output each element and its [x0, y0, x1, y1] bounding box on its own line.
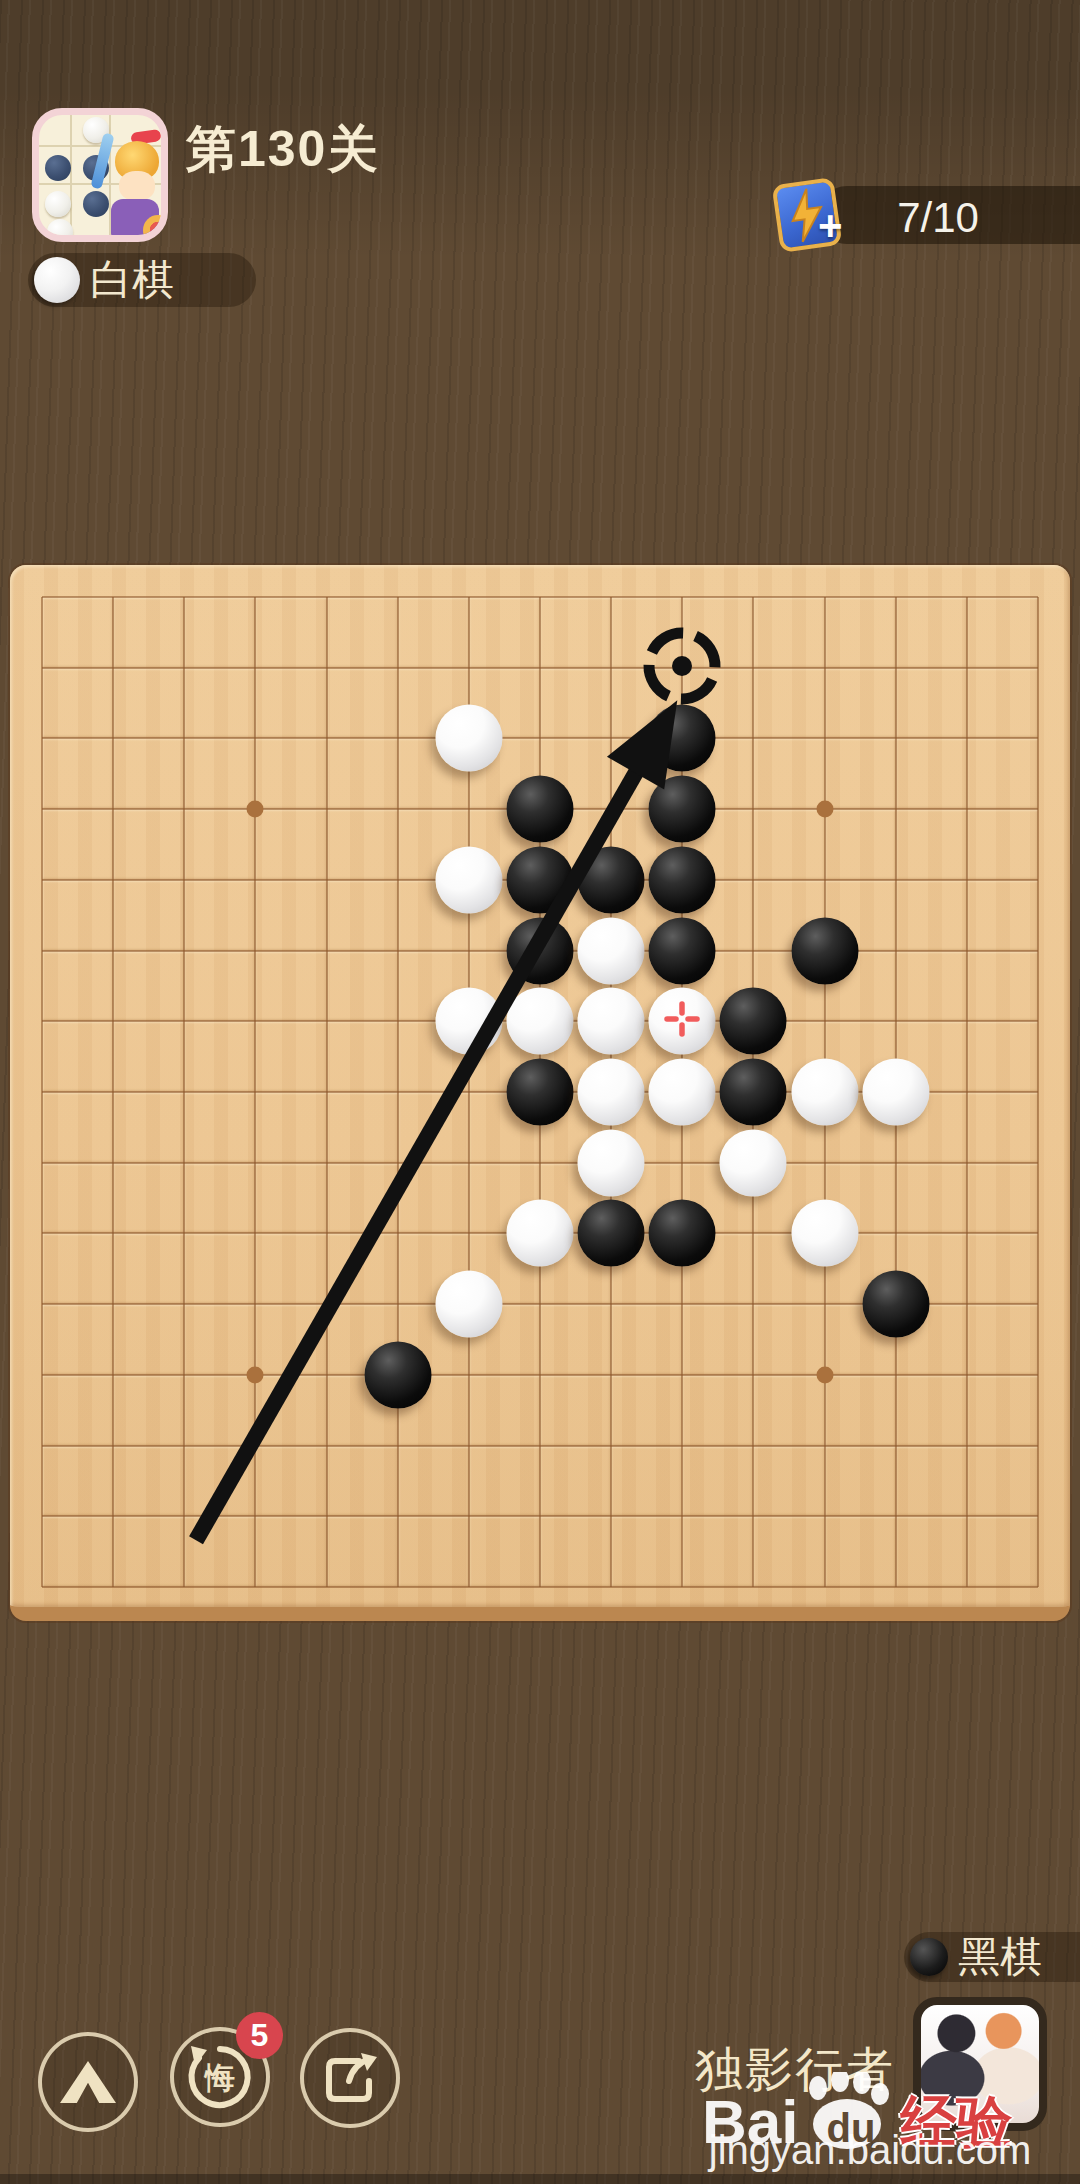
board-cell: [967, 1233, 1038, 1304]
board-cell: [825, 738, 896, 809]
grid-line: [42, 1586, 1038, 1588]
board-cell: [753, 668, 824, 739]
board-cell: [896, 738, 967, 809]
board-cell: [113, 1375, 184, 1446]
stone-black: [862, 1271, 929, 1338]
watermark-url: jingyan.baidu.com: [700, 2128, 1040, 2173]
board-cell: [327, 597, 398, 668]
board-cell: [967, 1446, 1038, 1517]
board-cell: [255, 597, 326, 668]
board-cell: [753, 597, 824, 668]
board[interactable]: [10, 565, 1070, 1621]
app-icon: [32, 108, 168, 242]
stone-white: [435, 705, 502, 772]
board-cell: [42, 597, 113, 668]
board-cell: [184, 668, 255, 739]
energy-count: 7/10: [868, 194, 1008, 242]
board-cell: [896, 880, 967, 951]
board-cell: [967, 1375, 1038, 1446]
board-grid: [42, 597, 1038, 1587]
board-cell: [611, 1375, 682, 1446]
board-cell: [113, 1304, 184, 1375]
board-cell: [113, 1446, 184, 1517]
board-cell: [113, 1021, 184, 1092]
stone-black: [649, 776, 716, 843]
board-cell: [327, 1446, 398, 1517]
board-cell: [327, 880, 398, 951]
board-cell: [753, 1516, 824, 1587]
board-cell: [184, 1021, 255, 1092]
board-cell: [184, 951, 255, 1022]
board-cell: [398, 1092, 469, 1163]
board-cell: [753, 738, 824, 809]
board-cell: [42, 1516, 113, 1587]
board-cell: [42, 880, 113, 951]
board-cell: [540, 1446, 611, 1517]
grid-line: [966, 597, 968, 1587]
board-cell: [753, 1304, 824, 1375]
board-cell: [255, 1021, 326, 1092]
board-cell: [113, 597, 184, 668]
board-cell: [327, 809, 398, 880]
star-point: [247, 801, 264, 818]
undo-count-badge: 5: [236, 2012, 283, 2059]
black-chip-label: 黑棋: [958, 1929, 1042, 1985]
knight-face: [119, 171, 155, 201]
stone-white: [649, 1059, 716, 1126]
stone-black: [507, 846, 574, 913]
board-cell: [896, 1163, 967, 1234]
board-cell: [255, 1446, 326, 1517]
share-button[interactable]: [300, 2028, 400, 2128]
board-cell: [540, 597, 611, 668]
board-cell: [967, 809, 1038, 880]
stone-black: [649, 917, 716, 984]
board-cell: [967, 597, 1038, 668]
board-cell: [682, 1304, 753, 1375]
app-icon-stone: [47, 219, 73, 242]
stone-white: [791, 1059, 858, 1126]
stone-black: [649, 1200, 716, 1267]
stone-white: [578, 1059, 645, 1126]
grid-line: [42, 1374, 1038, 1376]
board-cell: [967, 1304, 1038, 1375]
stone-black: [507, 776, 574, 843]
stone-black: [791, 917, 858, 984]
grid-line: [1037, 597, 1039, 1587]
stone-white: [720, 1129, 787, 1196]
board-cell: [967, 1092, 1038, 1163]
app-icon-stone: [45, 191, 71, 217]
share-icon: [319, 2047, 381, 2109]
board-cell: [825, 668, 896, 739]
board-cell: [42, 738, 113, 809]
board-cell: [113, 1233, 184, 1304]
board-cell: [398, 1516, 469, 1587]
board-cell: [42, 951, 113, 1022]
bottom-edge-strip: [0, 2174, 1080, 2184]
board-cell: [255, 951, 326, 1022]
board-cell: [967, 1021, 1038, 1092]
knight-shield: [143, 215, 168, 242]
opponent-player-name: 独影行者: [695, 2038, 895, 2102]
board-cell: [327, 1092, 398, 1163]
board-cell: [896, 1446, 967, 1517]
level-title: 第130关: [186, 116, 379, 183]
white-stone-icon: [34, 257, 80, 303]
board-cell: [255, 1163, 326, 1234]
board-cell: [398, 597, 469, 668]
board-cell: [255, 1092, 326, 1163]
grid-line: [42, 1162, 1038, 1164]
black-stone-icon: [910, 1938, 948, 1976]
board-cell: [896, 951, 967, 1022]
board-cell: [113, 809, 184, 880]
stone-white: [435, 846, 502, 913]
board-cell: [255, 1375, 326, 1446]
board-cell: [753, 1375, 824, 1446]
board-cell: [327, 951, 398, 1022]
board-cell: [113, 880, 184, 951]
board-cell: [113, 1516, 184, 1587]
board-cell: [469, 597, 540, 668]
board-cell: [469, 1516, 540, 1587]
board-cell: [896, 668, 967, 739]
board-cell: [42, 809, 113, 880]
stone-black: [364, 1341, 431, 1408]
white-chip-label: 白棋: [90, 252, 174, 308]
board-cell: [42, 1446, 113, 1517]
board-cell: [113, 1092, 184, 1163]
board-cell: [967, 951, 1038, 1022]
board-cell: [825, 809, 896, 880]
board-cell: [398, 1163, 469, 1234]
board-cell: [255, 809, 326, 880]
board-cell: [896, 1375, 967, 1446]
baidu-logo-du: du: [826, 2106, 875, 2151]
board-cell: [611, 1304, 682, 1375]
board-cell: [896, 809, 967, 880]
board-cell: [184, 1092, 255, 1163]
mountain-icon: [60, 2061, 116, 2103]
board-cell: [896, 1516, 967, 1587]
last-move-marker: [664, 1001, 700, 1041]
board-cell: [682, 1375, 753, 1446]
board-cell: [682, 1446, 753, 1517]
board-cell: [184, 809, 255, 880]
player-side-chip-white: 白棋: [28, 253, 256, 307]
stone-white: [578, 988, 645, 1055]
stone-white: [578, 1129, 645, 1196]
stone-black: [578, 846, 645, 913]
board-cell: [42, 1163, 113, 1234]
star-point: [816, 801, 833, 818]
grid-line: [42, 1445, 1038, 1447]
board-cell: [184, 880, 255, 951]
board-cell: [255, 880, 326, 951]
app-icon-stone: [45, 155, 71, 181]
board-cell: [113, 951, 184, 1022]
stone-black: [720, 988, 787, 1055]
stone-white: [507, 1200, 574, 1267]
board-cell: [113, 1163, 184, 1234]
board-cell: [825, 1375, 896, 1446]
board-cell: [540, 1516, 611, 1587]
board-cell: [967, 668, 1038, 739]
board-cell: [42, 1021, 113, 1092]
board-cell: [255, 1516, 326, 1587]
stone-black: [578, 1200, 645, 1267]
app-icon-stone: [83, 191, 109, 217]
board-cell: [469, 1446, 540, 1517]
board-cell: [184, 1516, 255, 1587]
stone-white: [435, 988, 502, 1055]
board-cell: [540, 1304, 611, 1375]
stone-black: [507, 917, 574, 984]
board-cell: [255, 1304, 326, 1375]
board-cell: [184, 1163, 255, 1234]
stone-white: [862, 1059, 929, 1126]
board-cell: [753, 1446, 824, 1517]
grid-line: [42, 1515, 1038, 1517]
board-cell: [327, 1516, 398, 1587]
stone-black: [720, 1059, 787, 1126]
board-cell: [540, 668, 611, 739]
stone-white: [507, 988, 574, 1055]
board-cell: [611, 1516, 682, 1587]
board-cell: [469, 1375, 540, 1446]
stone-black: [507, 1059, 574, 1126]
board-cell: [611, 1446, 682, 1517]
home-button[interactable]: [38, 2032, 138, 2132]
board-cell: [682, 1516, 753, 1587]
board-cell: [327, 1021, 398, 1092]
board-cell: [184, 738, 255, 809]
board-cell: [967, 880, 1038, 951]
stone-white: [791, 1200, 858, 1267]
board-cell: [327, 668, 398, 739]
board-cell: [327, 738, 398, 809]
board-cell: [967, 738, 1038, 809]
target-move-marker[interactable]: [634, 618, 730, 718]
board-cell: [255, 668, 326, 739]
board-cell: [967, 1516, 1038, 1587]
stone-white: [578, 917, 645, 984]
board-cell: [42, 668, 113, 739]
board-cell: [825, 597, 896, 668]
board-cell: [967, 1163, 1038, 1234]
board-cell: [184, 1304, 255, 1375]
board-cell: [327, 1233, 398, 1304]
opponent-side-chip-black: 黑棋: [904, 1932, 1080, 1982]
board-cell: [113, 668, 184, 739]
board-cell: [42, 1304, 113, 1375]
board-cell: [184, 597, 255, 668]
board-cell: [184, 1446, 255, 1517]
opponent-avatar: [913, 1997, 1047, 2131]
board-cell: [540, 1375, 611, 1446]
star-point: [816, 1366, 833, 1383]
board-cell: [42, 1233, 113, 1304]
undo-char: 悔: [203, 2061, 235, 2094]
board-cell: [113, 738, 184, 809]
board-cell: [753, 809, 824, 880]
board-cell: [42, 1375, 113, 1446]
board-cell: [255, 1233, 326, 1304]
board-cell: [825, 1446, 896, 1517]
stone-black: [649, 846, 716, 913]
board-cell: [255, 738, 326, 809]
board-cell: [398, 1446, 469, 1517]
board-cell: [184, 1233, 255, 1304]
stone-white: [435, 1271, 502, 1338]
board-cell: [896, 597, 967, 668]
board-cell: [825, 1516, 896, 1587]
board-cell: [42, 1092, 113, 1163]
star-point: [247, 1366, 264, 1383]
energy-plus-icon: +: [818, 202, 843, 250]
baidu-logo-text: Bai: [702, 2094, 798, 2150]
board-cell: [184, 1375, 255, 1446]
board-cell: [327, 1163, 398, 1234]
